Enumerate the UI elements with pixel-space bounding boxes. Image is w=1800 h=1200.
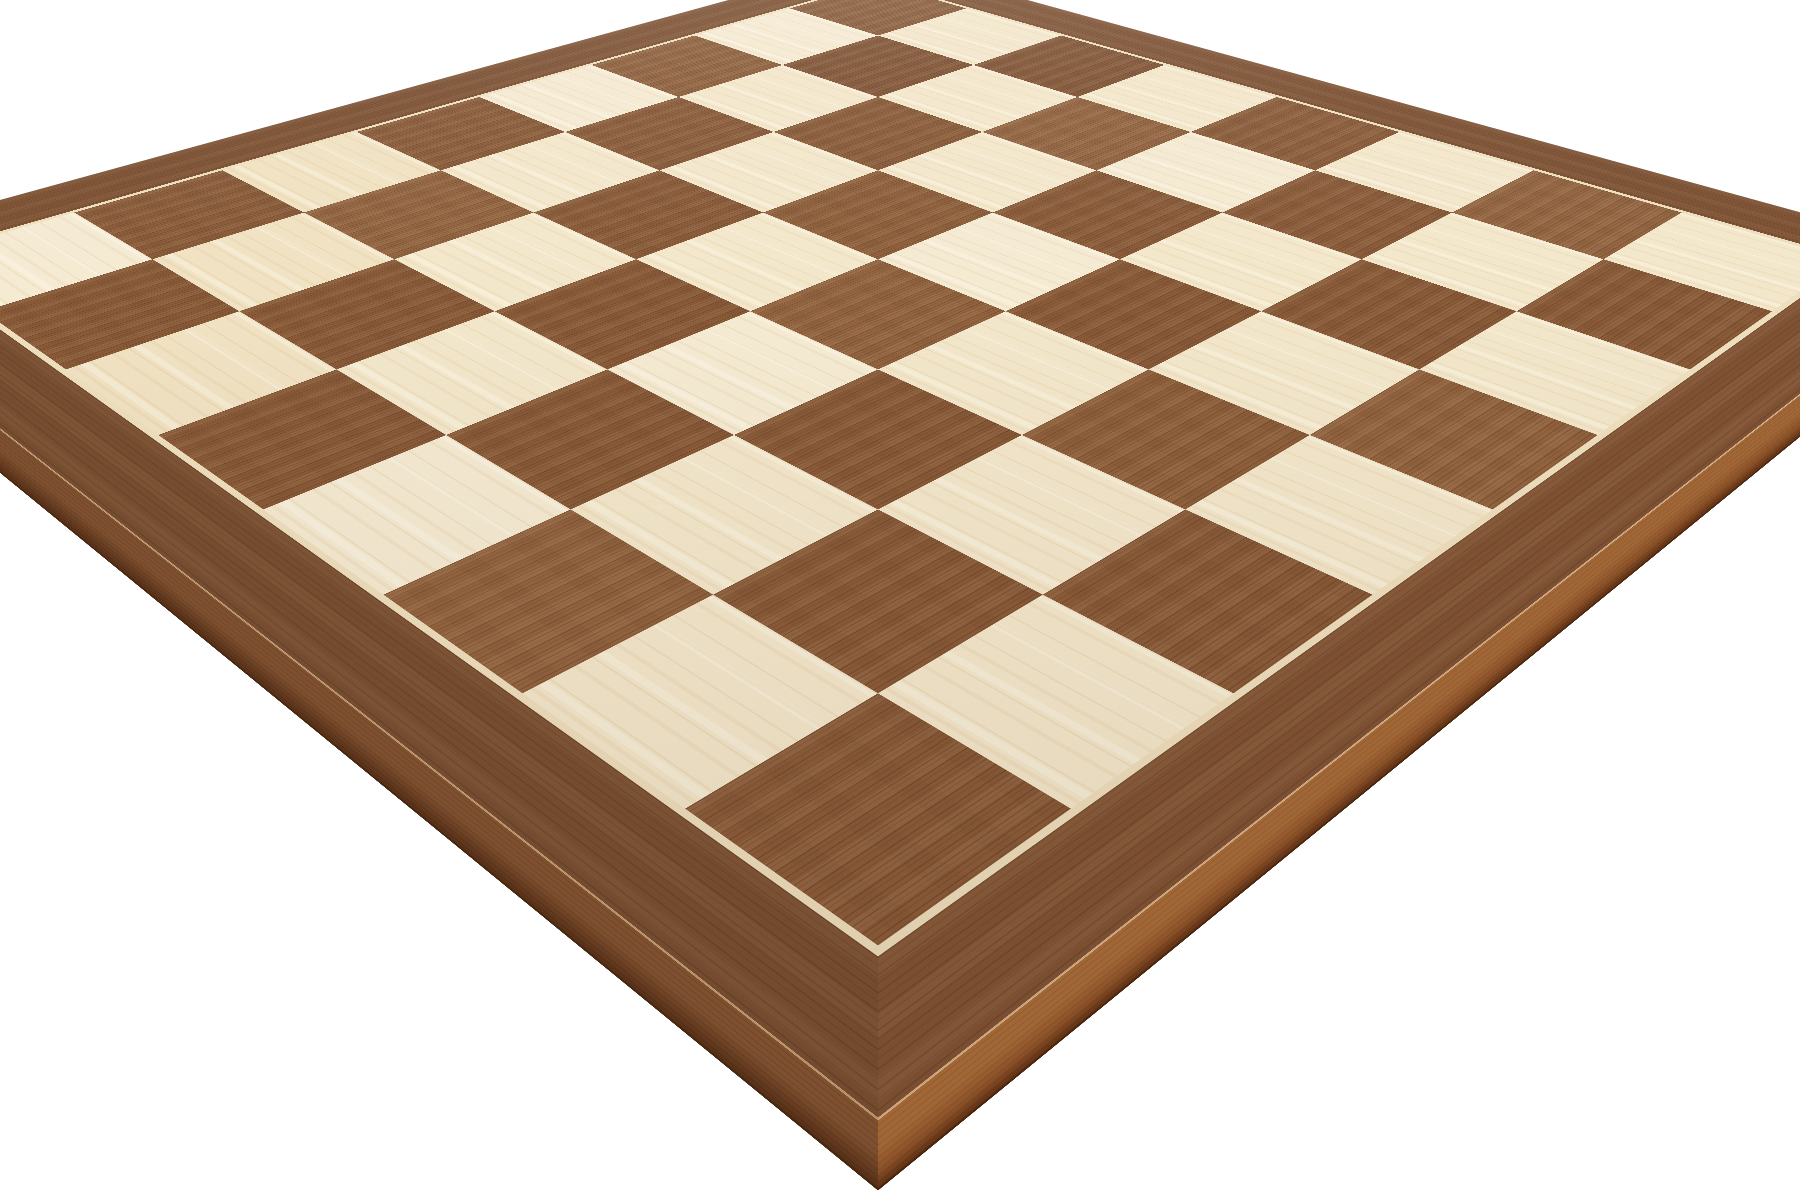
chess-board bbox=[0, 0, 1800, 1118]
perspective-container bbox=[0, 0, 1800, 1200]
board-top-surface bbox=[0, 0, 1800, 1118]
product-photo-scene bbox=[0, 0, 1800, 1200]
